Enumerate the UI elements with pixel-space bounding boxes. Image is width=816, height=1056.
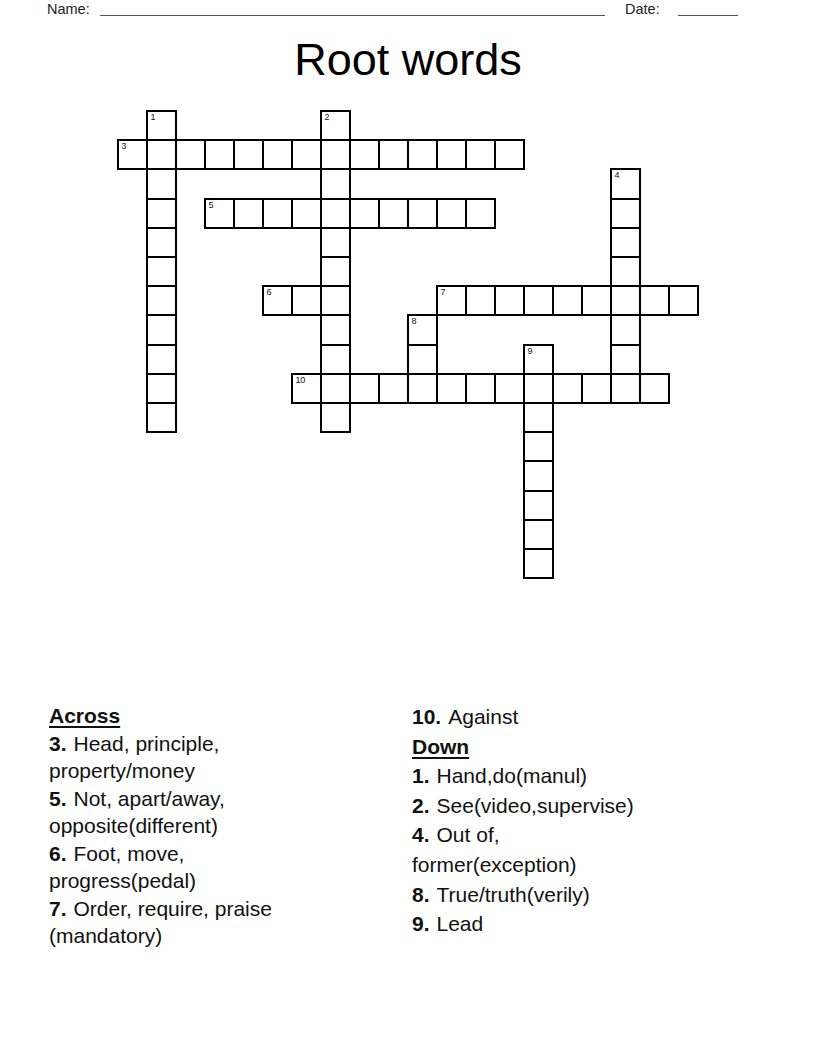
grid-cell-r6c17[interactable] bbox=[610, 285, 641, 316]
grid-cell-r1c6[interactable] bbox=[291, 139, 322, 170]
grid-cell-r4c7[interactable] bbox=[320, 227, 351, 258]
grid-cell-r9c17[interactable] bbox=[610, 373, 641, 404]
grid-cell-r9c15[interactable] bbox=[552, 373, 583, 404]
grid-cell-r4c1[interactable] bbox=[146, 227, 177, 258]
grid-cell-r4c17[interactable] bbox=[610, 227, 641, 258]
clue-number: 7 bbox=[441, 288, 446, 297]
clue-item-text: Not, apart/away, opposite(different) bbox=[49, 787, 225, 838]
grid-cell-r1c2[interactable] bbox=[175, 139, 206, 170]
clue-number: 4 bbox=[615, 171, 620, 180]
grid-cell-r9c8[interactable] bbox=[349, 373, 380, 404]
grid-cell-r9c16[interactable] bbox=[581, 373, 612, 404]
clue-number: 1 bbox=[151, 113, 156, 122]
grid-cell-r3c4[interactable] bbox=[233, 198, 264, 229]
clue-number: 2 bbox=[325, 113, 330, 122]
grid-cell-r5c7[interactable] bbox=[320, 256, 351, 287]
date-blank-line bbox=[678, 15, 738, 16]
clue-number: 10 bbox=[296, 376, 305, 385]
grid-cell-r6c7[interactable] bbox=[320, 285, 351, 316]
grid-cell-r1c0[interactable]: 3 bbox=[117, 139, 148, 170]
clue-item-number: 1. bbox=[412, 764, 430, 787]
clue-item-number: 3. bbox=[49, 732, 67, 755]
across-clues-overflow-list: 10.Against bbox=[412, 702, 724, 732]
clue-item-number: 4. bbox=[412, 823, 430, 846]
clue-item: 2.See(video,supervise) bbox=[412, 791, 724, 821]
grid-cell-r9c6[interactable]: 10 bbox=[291, 373, 322, 404]
grid-cell-r2c7[interactable] bbox=[320, 168, 351, 199]
grid-cell-r15c14[interactable] bbox=[523, 548, 554, 579]
clue-item: 3.Head, principle, property/money bbox=[49, 730, 351, 785]
grid-cell-r3c17[interactable] bbox=[610, 198, 641, 229]
clue-item-text: Head, principle, property/money bbox=[49, 732, 219, 783]
grid-cell-r3c3[interactable]: 5 bbox=[204, 198, 235, 229]
grid-cell-r8c1[interactable] bbox=[146, 344, 177, 375]
grid-cell-r6c5[interactable]: 6 bbox=[262, 285, 293, 316]
grid-cell-r5c1[interactable] bbox=[146, 256, 177, 287]
clue-item-text: See(video,supervise) bbox=[437, 794, 634, 817]
grid-cell-r6c11[interactable]: 7 bbox=[436, 285, 467, 316]
grid-cell-r9c12[interactable] bbox=[465, 373, 496, 404]
clue-item-text: Against bbox=[448, 705, 518, 728]
clue-item: 5.Not, apart/away, opposite(different) bbox=[49, 785, 351, 840]
grid-cell-r3c6[interactable] bbox=[291, 198, 322, 229]
grid-cell-r7c17[interactable] bbox=[610, 314, 641, 345]
grid-cell-r3c5[interactable] bbox=[262, 198, 293, 229]
grid-cell-r3c9[interactable] bbox=[378, 198, 409, 229]
grid-cell-r9c10[interactable] bbox=[407, 373, 438, 404]
across-header: Across bbox=[49, 702, 351, 730]
down-clues-list: 1.Hand,do(manul)2.See(video,supervise)4.… bbox=[412, 761, 724, 939]
grid-cell-r10c14[interactable] bbox=[523, 402, 554, 433]
grid-cell-r6c15[interactable] bbox=[552, 285, 583, 316]
clue-item-text: Hand,do(manul) bbox=[437, 764, 588, 787]
grid-cell-r6c14[interactable] bbox=[523, 285, 554, 316]
clue-number: 5 bbox=[209, 201, 214, 210]
clue-item: 1.Hand,do(manul) bbox=[412, 761, 724, 791]
grid-cell-r6c18[interactable] bbox=[639, 285, 670, 316]
clue-item-text: Order, require, praise (mandatory) bbox=[49, 897, 272, 948]
grid-cell-r9c14[interactable] bbox=[523, 373, 554, 404]
grid-cell-r8c7[interactable] bbox=[320, 344, 351, 375]
clue-item-text: Lead bbox=[437, 912, 484, 935]
grid-cell-r1c4[interactable] bbox=[233, 139, 264, 170]
grid-cell-r8c10[interactable] bbox=[407, 344, 438, 375]
grid-cell-r1c11[interactable] bbox=[436, 139, 467, 170]
across-clues-list: 3.Head, principle, property/money5.Not, … bbox=[49, 730, 351, 950]
grid-cell-r1c9[interactable] bbox=[378, 139, 409, 170]
grid-cell-r10c7[interactable] bbox=[320, 402, 351, 433]
grid-cell-r3c10[interactable] bbox=[407, 198, 438, 229]
grid-cell-r3c7[interactable] bbox=[320, 198, 351, 229]
clue-item: 8.True/truth(verily) bbox=[412, 880, 724, 910]
worksheet-page: { "header": { "name_label": "Name:", "da… bbox=[0, 0, 816, 1056]
grid-cell-r7c7[interactable] bbox=[320, 314, 351, 345]
clue-item-number: 9. bbox=[412, 912, 430, 935]
clue-number: 9 bbox=[528, 347, 533, 356]
clue-number: 6 bbox=[267, 288, 272, 297]
grid-cell-r0c1[interactable]: 1 bbox=[146, 110, 177, 141]
grid-cell-r7c1[interactable] bbox=[146, 314, 177, 345]
grid-cell-r6c16[interactable] bbox=[581, 285, 612, 316]
grid-cell-r14c14[interactable] bbox=[523, 519, 554, 550]
grid-cell-r9c7[interactable] bbox=[320, 373, 351, 404]
grid-cell-r13c14[interactable] bbox=[523, 490, 554, 521]
grid-cell-r7c10[interactable]: 8 bbox=[407, 314, 438, 345]
grid-cell-r5c17[interactable] bbox=[610, 256, 641, 287]
grid-cell-r2c17[interactable]: 4 bbox=[610, 168, 641, 199]
clue-item-text: True/truth(verily) bbox=[437, 883, 590, 906]
clues-column-left: Across 3.Head, principle, property/money… bbox=[49, 702, 351, 950]
grid-cell-r9c9[interactable] bbox=[378, 373, 409, 404]
clue-item: 7.Order, require, praise (mandatory) bbox=[49, 895, 351, 950]
clue-item: 10.Against bbox=[412, 702, 724, 732]
grid-cell-r1c7[interactable] bbox=[320, 139, 351, 170]
clue-item-text: Foot, move, progress(pedal) bbox=[49, 842, 196, 893]
puzzle-title: Root words bbox=[0, 36, 816, 83]
grid-cell-r2c1[interactable] bbox=[146, 168, 177, 199]
clue-item-number: 7. bbox=[49, 897, 67, 920]
grid-cell-r0c7[interactable]: 2 bbox=[320, 110, 351, 141]
clue-item: 6.Foot, move, progress(pedal) bbox=[49, 840, 351, 895]
grid-cell-r9c11[interactable] bbox=[436, 373, 467, 404]
grid-cell-r1c1[interactable] bbox=[146, 139, 177, 170]
grid-cell-r1c13[interactable] bbox=[494, 139, 525, 170]
grid-cell-r9c1[interactable] bbox=[146, 373, 177, 404]
grid-cell-r1c3[interactable] bbox=[204, 139, 235, 170]
grid-cell-r6c6[interactable] bbox=[291, 285, 322, 316]
date-label: Date: bbox=[625, 1, 660, 17]
grid-cell-r3c1[interactable] bbox=[146, 198, 177, 229]
clue-number: 3 bbox=[122, 142, 127, 151]
grid-cell-r6c12[interactable] bbox=[465, 285, 496, 316]
clues-column-right: 10.Against Down 1.Hand,do(manul)2.See(vi… bbox=[412, 702, 724, 939]
grid-cell-r1c5[interactable] bbox=[262, 139, 293, 170]
grid-cell-r12c14[interactable] bbox=[523, 460, 554, 491]
clue-item-number: 8. bbox=[412, 883, 430, 906]
clue-item-number: 6. bbox=[49, 842, 67, 865]
clue-item: 4.Out of, former(exception) bbox=[412, 820, 724, 879]
clue-item-number: 2. bbox=[412, 794, 430, 817]
grid-cell-r11c14[interactable] bbox=[523, 431, 554, 462]
grid-cell-r6c13[interactable] bbox=[494, 285, 525, 316]
clue-item-number: 5. bbox=[49, 787, 67, 810]
grid-cell-r3c11[interactable] bbox=[436, 198, 467, 229]
grid-cell-r8c14[interactable]: 9 bbox=[523, 344, 554, 375]
grid-cell-r6c19[interactable] bbox=[668, 285, 699, 316]
clue-item-text: Out of, former(exception) bbox=[412, 823, 577, 876]
name-blank-line bbox=[100, 15, 605, 16]
grid-cell-r10c1[interactable] bbox=[146, 402, 177, 433]
grid-cell-r3c8[interactable] bbox=[349, 198, 380, 229]
name-label: Name: bbox=[47, 1, 90, 17]
grid-cell-r9c13[interactable] bbox=[494, 373, 525, 404]
grid-cell-r1c8[interactable] bbox=[349, 139, 380, 170]
grid-cell-r6c1[interactable] bbox=[146, 285, 177, 316]
clue-item-number: 10. bbox=[412, 705, 441, 728]
clue-number: 8 bbox=[412, 317, 417, 326]
grid-cell-r1c12[interactable] bbox=[465, 139, 496, 170]
grid-cell-r1c10[interactable] bbox=[407, 139, 438, 170]
grid-cell-r8c17[interactable] bbox=[610, 344, 641, 375]
clue-item: 9.Lead bbox=[412, 909, 724, 939]
grid-cell-r3c12[interactable] bbox=[465, 198, 496, 229]
grid-cell-r9c18[interactable] bbox=[639, 373, 670, 404]
down-header: Down bbox=[412, 732, 724, 762]
